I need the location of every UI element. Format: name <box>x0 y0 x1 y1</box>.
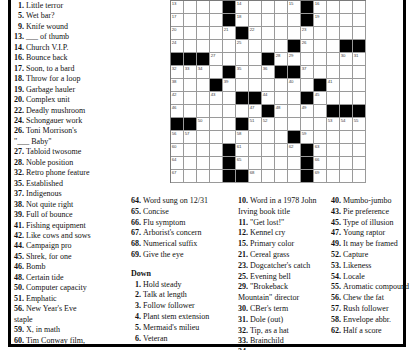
grid-cell <box>184 105 197 118</box>
grid-cell <box>249 40 262 53</box>
clue-line: 5.Wet bar? <box>14 11 91 21</box>
clue-text: Not quite right <box>26 200 73 209</box>
grid-cell <box>197 92 210 105</box>
grid-cell: 38 <box>171 79 184 92</box>
cell-number: 47 <box>249 105 255 109</box>
cell-number: 68 <box>249 170 255 174</box>
clue-text: Tim Conway film, <box>26 336 85 345</box>
clue-number: 37. <box>14 189 24 199</box>
clue-line: 1.Little terror <box>14 1 91 11</box>
clue-text: CBer's term <box>250 304 288 313</box>
cell-number: 55 <box>353 118 359 122</box>
grid-cell <box>249 53 262 66</box>
grid-cell: 68 <box>249 170 262 183</box>
clue-line: Mountain" director <box>238 293 316 304</box>
clue-line: 20.Complex unit <box>14 95 91 105</box>
clue-number: 27. <box>14 147 24 157</box>
black-cell <box>288 40 301 53</box>
grid-cell <box>223 131 236 144</box>
black-cell <box>262 53 275 66</box>
cell-number: 66 <box>314 157 320 161</box>
clue-line: 15.Primary color <box>238 239 316 250</box>
clue-line: 2.Talk at length <box>131 290 209 301</box>
clue-text: It may be framed <box>343 239 398 248</box>
grid-cell <box>327 144 340 157</box>
clue-number: 68. <box>131 239 141 250</box>
grid-cell: 49 <box>301 105 314 118</box>
cell-number: 36 <box>262 66 268 70</box>
clue-text: Schongauer work <box>26 116 82 125</box>
grid-cell: 53 <box>327 118 340 131</box>
cell-number: 37 <box>301 66 307 70</box>
grid-cell <box>327 131 340 144</box>
cell-number: 52 <box>262 118 268 122</box>
cell-number: 39 <box>223 79 229 83</box>
clue-number: 33. <box>238 336 248 347</box>
clue-number: 14. <box>14 43 24 53</box>
cell-number: 54 <box>340 118 346 122</box>
cell-number: 16 <box>314 1 320 5</box>
clue-number: 13. <box>14 32 24 42</box>
clue-text: Half a score <box>343 326 382 335</box>
clue-line: 38.Not quite right <box>14 200 91 210</box>
clue-text: Veteran <box>143 334 167 343</box>
grid-cell: 60 <box>171 144 184 157</box>
grid-cell: 24 <box>171 40 184 53</box>
grid-cell: 65 <box>236 157 249 170</box>
grid-cell <box>197 170 210 183</box>
cell-number: 45 <box>314 92 320 96</box>
cell-number: 69 <box>314 170 320 174</box>
grid-cell: 20 <box>171 27 184 40</box>
black-cell <box>301 92 314 105</box>
clue-number: 30. <box>238 304 248 315</box>
black-cell <box>275 66 288 79</box>
cell-number: 50 <box>197 118 203 122</box>
cell-number: 32 <box>171 66 177 70</box>
grid-cell <box>340 131 353 144</box>
grid-cell <box>288 118 301 131</box>
cell-number: 53 <box>327 118 333 122</box>
grid-cell <box>184 1 197 14</box>
grid-cell <box>301 79 314 92</box>
grid-cell <box>327 170 340 183</box>
clue-number: 47. <box>331 228 341 239</box>
black-cell <box>314 79 327 92</box>
cell-number: 29 <box>288 53 294 57</box>
grid-cell <box>262 144 275 157</box>
grid-cell <box>236 105 249 118</box>
grid-cell <box>353 1 366 14</box>
clue-number: 67. <box>131 228 141 239</box>
grid-cell <box>262 14 275 27</box>
grid-cell <box>353 157 366 170</box>
grid-cell: 35 <box>236 66 249 79</box>
cell-number: 59 <box>301 131 307 135</box>
grid-cell: 64 <box>171 157 184 170</box>
grid-cell: 23 <box>301 27 314 40</box>
clue-number: 51. <box>14 294 24 304</box>
grid-cell: 40 <box>288 79 301 92</box>
black-cell <box>197 53 210 66</box>
clue-text: Likeness <box>343 261 371 270</box>
grid-cell <box>249 79 262 92</box>
grid-cell <box>327 27 340 40</box>
clue-line: 13.___ of thumb <box>14 32 91 42</box>
grid-cell <box>249 1 262 14</box>
clue-line: 14.Church V.I.P. <box>14 43 91 53</box>
clue-number: 18. <box>14 74 24 84</box>
grid-cell <box>184 144 197 157</box>
clue-line: 32.Retro phone feature <box>14 168 91 178</box>
clue-line: 6.Veteran <box>131 334 209 345</box>
clue-text: Talk at length <box>143 290 187 299</box>
clue-text: Word sung on 12/31 <box>143 196 208 205</box>
clue-text: Young raptor <box>343 228 385 237</box>
clue-line: 40.Mumbo-jumbo <box>331 196 409 207</box>
clue-line: 25.Evening bell <box>238 272 316 283</box>
clue-line: 59.X, in math <box>14 325 91 335</box>
cell-number: 24 <box>171 40 177 44</box>
clue-number: 28. <box>14 158 24 168</box>
grid-cell <box>340 1 353 14</box>
grid-cell <box>197 40 210 53</box>
clue-number: 42. <box>14 231 24 241</box>
clue-number: 25. <box>238 272 248 283</box>
grid-cell <box>275 14 288 27</box>
clue-text: Computer capacity <box>26 283 87 292</box>
grid-cell <box>275 144 288 157</box>
clue-number: 52. <box>331 250 341 261</box>
clue-line: 44.Campaign pro <box>14 241 91 251</box>
clue-number: 2. <box>131 290 141 301</box>
grid-cell <box>275 79 288 92</box>
clue-number: 60. <box>14 336 24 346</box>
grid-cell: 42 <box>171 92 184 105</box>
cell-number: 49 <box>301 105 307 109</box>
clue-number: 39. <box>14 210 24 220</box>
grid-cell <box>288 92 301 105</box>
clue-number: 46. <box>14 262 24 272</box>
grid-cell: 17 <box>171 14 184 27</box>
clue-text: Deadly mushroom <box>26 106 85 115</box>
clue-text: "___ Baby" <box>14 137 51 146</box>
clue-line: 46.Bomb <box>14 262 91 272</box>
cell-number: 48 <box>275 105 281 109</box>
grid-cell: 15 <box>288 1 301 14</box>
clue-line: 37.Indigenous <box>14 189 91 199</box>
grid-cell: 36 <box>262 66 275 79</box>
clue-line: 55.Aromatic compound <box>331 282 409 293</box>
clue-line: 28.Noble position <box>14 158 91 168</box>
grid-cell <box>262 40 275 53</box>
black-cell <box>236 92 249 105</box>
grid-cell: 59 <box>301 131 314 144</box>
grid-cell <box>236 79 249 92</box>
black-cell <box>340 105 353 118</box>
grid-cell: 30 <box>340 53 353 66</box>
clue-line: staple <box>14 315 91 325</box>
cell-number: 23 <box>301 27 307 31</box>
clue-line: 62.Half a score <box>331 326 409 337</box>
clue-line: 22.Deadly mushroom <box>14 106 91 116</box>
clue-line: 9.Knife wound <box>14 22 91 32</box>
grid-cell <box>353 131 366 144</box>
clue-line: 60.Tim Conway film, <box>14 336 91 346</box>
clue-number: 48. <box>14 273 24 283</box>
black-cell <box>301 157 314 170</box>
grid-cell: 31 <box>353 53 366 66</box>
clue-number: 59. <box>14 325 24 335</box>
grid-cell <box>327 53 340 66</box>
grid-cell <box>210 1 223 14</box>
clue-line: 67.Arborist's concern <box>131 228 209 239</box>
clue-line: 48.Certain tide <box>14 273 91 283</box>
grid-cell <box>210 66 223 79</box>
clue-text: Type of illusion <box>343 218 394 227</box>
clue-line: 64.Word sung on 12/31 <box>131 196 209 207</box>
clue-number: 64. <box>131 196 141 207</box>
clue-text: staple <box>14 315 33 324</box>
clue-line: 27.Tabloid twosome <box>14 147 91 157</box>
grid-cell <box>301 118 314 131</box>
grid-cell: 39 <box>223 79 236 92</box>
clue-text: Mermaid's milieu <box>143 323 199 332</box>
clue-line: 17.Soon, to a bard <box>14 64 91 74</box>
clue-text: Knife wound <box>26 22 68 31</box>
grid-cell <box>184 157 197 170</box>
cell-number: 61 <box>236 144 242 148</box>
clue-text: Soon, to a bard <box>26 64 74 73</box>
grid-cell <box>210 131 223 144</box>
clue-number: 22. <box>14 106 24 116</box>
clue-number: 24. <box>14 116 24 126</box>
black-cell <box>223 66 236 79</box>
clue-line: 21.Cereal grass <box>238 250 316 261</box>
grid-cell: 47 <box>249 105 262 118</box>
grid-cell <box>223 40 236 53</box>
grid-cell <box>210 118 223 131</box>
clue-text: Mumbo-jumbo <box>343 196 391 205</box>
clue-number: 65. <box>131 207 141 218</box>
cell-number: 31 <box>353 53 359 57</box>
clue-line: 18.Throw for a loop <box>14 74 91 84</box>
grid-cell <box>275 92 288 105</box>
grid-cell <box>249 131 262 144</box>
grid-cell <box>275 131 288 144</box>
clue-text: Certain tide <box>26 273 64 282</box>
across-clues-column: 1.Little terror5.Wet bar?9.Knife wound13… <box>14 1 91 346</box>
black-cell <box>171 53 184 66</box>
clue-text: "Get lost!" <box>250 218 284 227</box>
black-cell <box>236 170 249 183</box>
clue-text: Plant stem extension <box>143 312 209 321</box>
grid-cell <box>197 27 210 40</box>
grid-cell: 27 <box>210 53 223 66</box>
cell-number: 64 <box>171 157 177 161</box>
clue-line: 19.Garbage hauler <box>14 85 91 95</box>
clue-line: 1.Hold steady <box>131 280 209 291</box>
black-cell <box>262 105 275 118</box>
black-cell <box>301 144 314 157</box>
clue-text: Tabloid twosome <box>26 147 81 156</box>
clue-number: 56. <box>14 304 24 314</box>
black-cell <box>301 14 314 27</box>
grid-cell <box>184 170 197 183</box>
grid-cell <box>210 144 223 157</box>
black-cell <box>223 14 236 27</box>
clue-line: 11."Get lost!" <box>238 218 316 229</box>
clue-text: Chew the fat <box>343 293 384 302</box>
clue-number: 43. <box>331 207 341 218</box>
black-cell <box>171 118 184 131</box>
grid-cell: 25 <box>236 40 249 53</box>
grid-cell: 69 <box>314 170 327 183</box>
clue-line: 29."Brokeback <box>238 282 316 293</box>
grid-cell: 16 <box>314 1 327 14</box>
grid-cell <box>314 105 327 118</box>
grid-cell <box>262 27 275 40</box>
clue-number: 15. <box>238 239 248 250</box>
cell-number: 38 <box>171 79 177 83</box>
clue-line: 16.Bounce back <box>14 53 91 63</box>
black-cell <box>223 1 236 14</box>
grid-cell: 22 <box>249 27 262 40</box>
grid-cell: 41 <box>327 79 340 92</box>
clue-line: 52.Capture <box>331 250 409 261</box>
black-cell <box>288 131 301 144</box>
grid-cell <box>275 27 288 40</box>
grid-cell <box>249 144 262 157</box>
cell-number: 19 <box>314 14 320 18</box>
clue-line: 56.Chew the fat <box>331 293 409 304</box>
clue-line: 65.Concise <box>131 207 209 218</box>
clue-text: New Year's Eve <box>26 304 77 313</box>
cell-number: 25 <box>236 40 242 44</box>
black-cell <box>353 40 366 53</box>
clue-line: 23.Dogcatcher's catch <box>238 261 316 272</box>
clue-line: 43.Pie preference <box>331 207 409 218</box>
grid-cell <box>353 27 366 40</box>
clue-number: 21. <box>238 250 248 261</box>
grid-cell: 45 <box>314 92 327 105</box>
grid-cell <box>184 27 197 40</box>
clue-text: Wet bar? <box>26 11 54 20</box>
grid-cell: 14 <box>236 1 249 14</box>
grid-cell <box>340 170 353 183</box>
clue-line: 45.Type of illusion <box>331 218 409 229</box>
clue-text: Brainchild <box>250 336 284 345</box>
clue-text: Like cows and sows <box>26 231 91 240</box>
grid-cell <box>327 14 340 27</box>
clue-line: 45.Shrek, for one <box>14 252 91 262</box>
clue-text: Evening bell <box>250 272 291 281</box>
clue-line: 30.CBer's term <box>238 304 316 315</box>
grid-cell: 28 <box>275 53 288 66</box>
grid-cell <box>353 79 366 92</box>
grid-cell <box>184 92 197 105</box>
cell-number: 14 <box>236 1 242 5</box>
clue-line: 10.Word in a 1978 John <box>238 196 316 207</box>
clue-text: Shrek, for one <box>26 252 72 261</box>
clue-number: 6. <box>131 334 141 345</box>
clue-text: Irving book title <box>238 207 290 216</box>
clue-line: 49.It may be framed <box>331 239 409 250</box>
grid-cell <box>262 79 275 92</box>
black-cell <box>353 105 366 118</box>
black-cell <box>184 118 197 131</box>
grid-cell: 48 <box>275 105 288 118</box>
cell-number: 35 <box>236 66 242 70</box>
cell-number: 43 <box>210 92 216 96</box>
cell-number: 34 <box>197 66 203 70</box>
clue-text: Give the eye <box>143 250 183 259</box>
grid-cell <box>288 105 301 118</box>
grid-cell: 19 <box>314 14 327 27</box>
grid-cell <box>210 170 223 183</box>
clue-line: 47.Young raptor <box>331 228 409 239</box>
grid-cell <box>353 14 366 27</box>
black-cell <box>210 79 223 92</box>
grid-cell <box>327 157 340 170</box>
grid-cell <box>353 92 366 105</box>
grid-cell <box>288 157 301 170</box>
grid-cell <box>184 79 197 92</box>
grid-cell: 52 <box>262 118 275 131</box>
clue-number: 1. <box>14 1 24 11</box>
grid-cell: 55 <box>353 118 366 131</box>
clue-line: 68.Numerical suffix <box>131 239 209 250</box>
grid-cell <box>262 131 275 144</box>
cell-number: 28 <box>275 53 281 57</box>
clue-line: 26.Toni Morrison's <box>14 126 91 136</box>
black-cell <box>340 40 353 53</box>
grid-cell <box>223 92 236 105</box>
cell-number: 65 <box>236 157 242 161</box>
clue-number: 19. <box>14 85 24 95</box>
grid-cell <box>197 144 210 157</box>
grid-cell: 54 <box>340 118 353 131</box>
clue-text: Flu symptom <box>143 218 185 227</box>
grid-cell <box>327 40 340 53</box>
grid-cell <box>275 1 288 14</box>
black-cell <box>236 118 249 131</box>
clue-line: 32.Tip, as a hat <box>238 326 316 337</box>
grid-cell: 67 <box>171 170 184 183</box>
clue-number: 5. <box>131 323 141 334</box>
grid-cell: 51 <box>249 118 262 131</box>
grid-cell: 61 <box>236 144 249 157</box>
clue-line: 24.Schongauer work <box>14 116 91 126</box>
clue-text: Cereal grass <box>250 250 289 259</box>
grid-cell <box>262 1 275 14</box>
cell-number: 30 <box>340 53 346 57</box>
clue-text: Concise <box>143 207 169 216</box>
clue-list-gap <box>131 261 209 269</box>
cell-number: 42 <box>171 92 177 96</box>
cell-number: 26 <box>301 40 307 44</box>
black-cell <box>184 53 197 66</box>
cell-number: 60 <box>171 144 177 148</box>
clue-number: 55. <box>331 282 341 293</box>
grid-cell <box>340 66 353 79</box>
grid-cell <box>353 170 366 183</box>
clue-number: 38. <box>14 200 24 210</box>
grid-cell <box>223 118 236 131</box>
crossword-puzzle-page: 1314151617181920212223242526272829303132… <box>0 0 412 350</box>
clue-number: 41. <box>14 221 24 231</box>
clues-column-2: 64.Word sung on 12/3165.Concise66.Flu sy… <box>131 196 209 344</box>
